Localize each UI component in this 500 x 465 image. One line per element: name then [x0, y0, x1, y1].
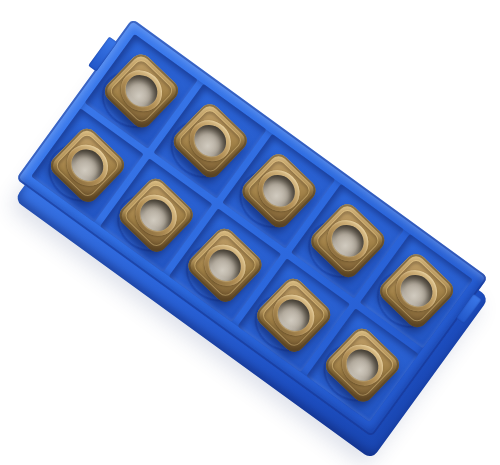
carbide-insert — [375, 250, 457, 332]
carbide-insert — [322, 324, 404, 406]
carbide-insert — [169, 100, 251, 182]
carbide-insert — [47, 124, 129, 206]
carbide-insert — [115, 174, 197, 256]
carbide-insert — [100, 50, 182, 132]
carbide-insert — [307, 200, 389, 282]
insert-case — [16, 19, 488, 438]
carbide-insert — [238, 150, 320, 232]
carbide-insert — [253, 274, 335, 356]
carbide-insert — [184, 224, 266, 306]
product-photo — [0, 0, 500, 465]
